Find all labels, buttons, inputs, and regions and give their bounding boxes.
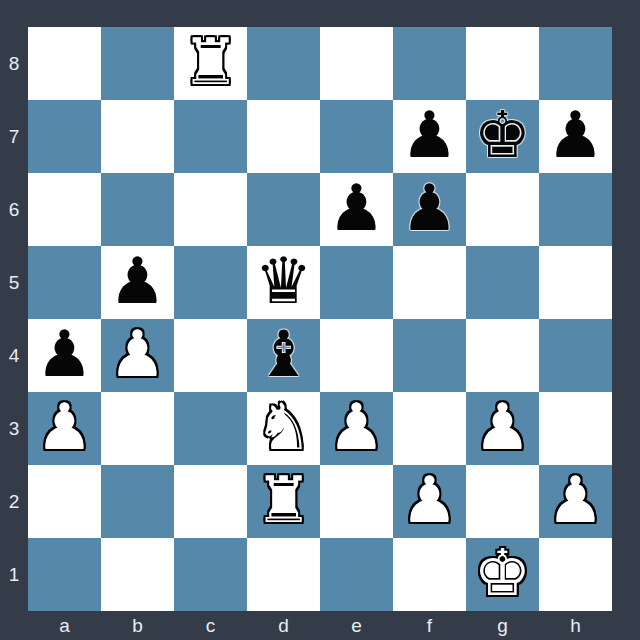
square-h5[interactable]	[539, 246, 612, 319]
square-d5[interactable]: ♛	[247, 246, 320, 319]
black-pawn-piece[interactable]: ♟	[547, 103, 604, 167]
white-pawn-piece[interactable]: ♟	[547, 468, 604, 532]
black-pawn-piece[interactable]: ♟	[328, 176, 385, 240]
square-a4[interactable]: ♟	[28, 319, 101, 392]
square-g5[interactable]	[466, 246, 539, 319]
file-label-f: f	[393, 611, 466, 640]
square-b6[interactable]	[101, 173, 174, 246]
square-f3[interactable]	[393, 392, 466, 465]
square-e1[interactable]	[320, 538, 393, 611]
file-label-a: a	[28, 611, 101, 640]
square-h1[interactable]	[539, 538, 612, 611]
square-a1[interactable]	[28, 538, 101, 611]
square-b2[interactable]	[101, 465, 174, 538]
square-a6[interactable]	[28, 173, 101, 246]
square-e6[interactable]: ♟	[320, 173, 393, 246]
rank-label-1: 1	[0, 538, 28, 611]
rank-label-7: 7	[0, 100, 28, 173]
white-pawn-piece[interactable]: ♟	[109, 322, 166, 386]
black-pawn-piece[interactable]: ♟	[401, 103, 458, 167]
square-f1[interactable]	[393, 538, 466, 611]
black-pawn-piece[interactable]: ♟	[36, 322, 93, 386]
rank-label-5: 5	[0, 246, 28, 319]
file-label-h: h	[539, 611, 612, 640]
square-f5[interactable]	[393, 246, 466, 319]
square-g1[interactable]: ♚	[466, 538, 539, 611]
square-e7[interactable]	[320, 100, 393, 173]
rank-label-4: 4	[0, 319, 28, 392]
square-c7[interactable]	[174, 100, 247, 173]
square-e3[interactable]: ♟	[320, 392, 393, 465]
square-h2[interactable]: ♟	[539, 465, 612, 538]
rank-label-8: 8	[0, 27, 28, 100]
square-c1[interactable]	[174, 538, 247, 611]
square-e4[interactable]	[320, 319, 393, 392]
square-h3[interactable]	[539, 392, 612, 465]
white-pawn-piece[interactable]: ♟	[36, 395, 93, 459]
file-label-b: b	[101, 611, 174, 640]
square-c8[interactable]: ♜	[174, 27, 247, 100]
square-f8[interactable]	[393, 27, 466, 100]
square-c4[interactable]	[174, 319, 247, 392]
square-f2[interactable]: ♟	[393, 465, 466, 538]
white-rook-piece[interactable]: ♜	[182, 30, 239, 94]
square-b5[interactable]: ♟	[101, 246, 174, 319]
black-queen-piece[interactable]: ♛	[255, 249, 312, 313]
square-a3[interactable]: ♟	[28, 392, 101, 465]
square-h8[interactable]	[539, 27, 612, 100]
square-f6[interactable]: ♟	[393, 173, 466, 246]
square-a5[interactable]	[28, 246, 101, 319]
file-label-c: c	[174, 611, 247, 640]
file-label-e: e	[320, 611, 393, 640]
square-a7[interactable]	[28, 100, 101, 173]
rank-label-6: 6	[0, 173, 28, 246]
square-g4[interactable]	[466, 319, 539, 392]
rank-label-3: 3	[0, 392, 28, 465]
square-h7[interactable]: ♟	[539, 100, 612, 173]
square-c3[interactable]	[174, 392, 247, 465]
black-bishop-piece[interactable]: ♝	[255, 322, 312, 386]
square-e8[interactable]	[320, 27, 393, 100]
square-a8[interactable]	[28, 27, 101, 100]
white-pawn-piece[interactable]: ♟	[401, 468, 458, 532]
rank-label-2: 2	[0, 465, 28, 538]
square-d8[interactable]	[247, 27, 320, 100]
square-c2[interactable]	[174, 465, 247, 538]
chess-board: ♜♟♚♟♟♟♟♛♟♟♝♟♞♟♟♜♟♟♚	[28, 27, 612, 611]
rank-labels: 87654321	[0, 27, 28, 611]
square-b7[interactable]	[101, 100, 174, 173]
white-rook-piece[interactable]: ♜	[255, 468, 312, 532]
white-pawn-piece[interactable]: ♟	[328, 395, 385, 459]
square-d3[interactable]: ♞	[247, 392, 320, 465]
square-a2[interactable]	[28, 465, 101, 538]
square-e2[interactable]	[320, 465, 393, 538]
square-g3[interactable]: ♟	[466, 392, 539, 465]
square-b3[interactable]	[101, 392, 174, 465]
white-king-piece[interactable]: ♚	[474, 541, 531, 605]
file-label-g: g	[466, 611, 539, 640]
square-d6[interactable]	[247, 173, 320, 246]
square-b1[interactable]	[101, 538, 174, 611]
square-f7[interactable]: ♟	[393, 100, 466, 173]
black-pawn-piece[interactable]: ♟	[109, 249, 166, 313]
black-pawn-piece[interactable]: ♟	[401, 176, 458, 240]
black-king-piece[interactable]: ♚	[474, 103, 531, 167]
square-h4[interactable]	[539, 319, 612, 392]
square-h6[interactable]	[539, 173, 612, 246]
white-pawn-piece[interactable]: ♟	[474, 395, 531, 459]
chess-board-frame: ♜♟♚♟♟♟♟♛♟♟♝♟♞♟♟♜♟♟♚ 87654321 abcdefgh	[0, 0, 640, 640]
square-c6[interactable]	[174, 173, 247, 246]
square-g2[interactable]	[466, 465, 539, 538]
square-g7[interactable]: ♚	[466, 100, 539, 173]
file-label-d: d	[247, 611, 320, 640]
square-d4[interactable]: ♝	[247, 319, 320, 392]
file-labels: abcdefgh	[28, 611, 612, 640]
square-d2[interactable]: ♜	[247, 465, 320, 538]
square-f4[interactable]	[393, 319, 466, 392]
square-e5[interactable]	[320, 246, 393, 319]
square-d7[interactable]	[247, 100, 320, 173]
square-g6[interactable]	[466, 173, 539, 246]
white-knight-piece[interactable]: ♞	[255, 395, 312, 459]
square-c5[interactable]	[174, 246, 247, 319]
square-b8[interactable]	[101, 27, 174, 100]
square-d1[interactable]	[247, 538, 320, 611]
square-b4[interactable]: ♟	[101, 319, 174, 392]
square-g8[interactable]	[466, 27, 539, 100]
